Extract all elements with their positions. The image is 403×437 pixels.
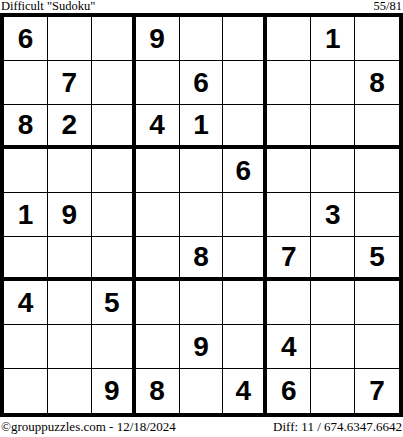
- cell-r5c2[interactable]: 9: [48, 193, 92, 237]
- cell-r4c4[interactable]: [136, 149, 180, 193]
- cell-r6c6[interactable]: [223, 237, 267, 281]
- cell-r7c2[interactable]: [48, 281, 92, 325]
- cell-r1c7[interactable]: [267, 17, 311, 61]
- cell-r8c1[interactable]: [4, 325, 48, 369]
- cell-r2c2[interactable]: 7: [48, 61, 92, 105]
- cell-r6c7[interactable]: 7: [267, 237, 311, 281]
- cell-r6c2[interactable]: [48, 237, 92, 281]
- cell-r4c3[interactable]: [92, 149, 136, 193]
- cell-r3c3[interactable]: [92, 105, 136, 149]
- cell-r9c4[interactable]: 8: [136, 369, 180, 413]
- cell-r9c6[interactable]: 4: [223, 369, 267, 413]
- cell-r8c7[interactable]: 4: [267, 325, 311, 369]
- cell-r6c4[interactable]: [136, 237, 180, 281]
- cell-r9c5[interactable]: [180, 369, 224, 413]
- cell-r9c2[interactable]: [48, 369, 92, 413]
- cell-r9c8[interactable]: [311, 369, 355, 413]
- cell-r7c5[interactable]: [180, 281, 224, 325]
- sudoku-page: Difficult "Sudoku" 55/81 691768824161938…: [0, 0, 403, 437]
- cell-r8c5[interactable]: 9: [180, 325, 224, 369]
- cell-r1c4[interactable]: 9: [136, 17, 180, 61]
- cell-r8c9[interactable]: [355, 325, 399, 369]
- cell-r1c6[interactable]: [223, 17, 267, 61]
- puzzle-title: Difficult "Sudoku": [1, 0, 95, 12]
- cell-r5c1[interactable]: 1: [4, 193, 48, 237]
- cell-r6c3[interactable]: [92, 237, 136, 281]
- cell-r4c8[interactable]: [311, 149, 355, 193]
- cell-r3c8[interactable]: [311, 105, 355, 149]
- cell-r7c7[interactable]: [267, 281, 311, 325]
- progress-count: 55/81: [374, 0, 402, 12]
- header: Difficult "Sudoku" 55/81: [0, 0, 403, 13]
- cell-r2c4[interactable]: [136, 61, 180, 105]
- cell-r5c6[interactable]: [223, 193, 267, 237]
- cell-r9c9[interactable]: 7: [355, 369, 399, 413]
- cell-r7c1[interactable]: 4: [4, 281, 48, 325]
- cell-r7c3[interactable]: 5: [92, 281, 136, 325]
- cell-r9c3[interactable]: 9: [92, 369, 136, 413]
- cell-r5c3[interactable]: [92, 193, 136, 237]
- cell-r5c4[interactable]: [136, 193, 180, 237]
- cell-r3c5[interactable]: 1: [180, 105, 224, 149]
- cell-r6c5[interactable]: 8: [180, 237, 224, 281]
- cell-r8c3[interactable]: [92, 325, 136, 369]
- cell-r6c9[interactable]: 5: [355, 237, 399, 281]
- cell-r4c5[interactable]: [180, 149, 224, 193]
- cell-r9c7[interactable]: 6: [267, 369, 311, 413]
- cell-r2c6[interactable]: [223, 61, 267, 105]
- cell-r6c8[interactable]: [311, 237, 355, 281]
- cell-r1c1[interactable]: 6: [4, 17, 48, 61]
- cell-r2c5[interactable]: 6: [180, 61, 224, 105]
- cell-r3c1[interactable]: 8: [4, 105, 48, 149]
- cell-r4c7[interactable]: [267, 149, 311, 193]
- cell-r8c6[interactable]: [223, 325, 267, 369]
- cell-r5c8[interactable]: 3: [311, 193, 355, 237]
- cell-r8c2[interactable]: [48, 325, 92, 369]
- cell-r5c5[interactable]: [180, 193, 224, 237]
- cell-r2c3[interactable]: [92, 61, 136, 105]
- cell-r7c4[interactable]: [136, 281, 180, 325]
- cell-r3c7[interactable]: [267, 105, 311, 149]
- cell-r5c9[interactable]: [355, 193, 399, 237]
- cell-r7c6[interactable]: [223, 281, 267, 325]
- cell-r2c8[interactable]: [311, 61, 355, 105]
- cell-r2c9[interactable]: 8: [355, 61, 399, 105]
- cell-r4c6[interactable]: 6: [223, 149, 267, 193]
- cell-r9c1[interactable]: [4, 369, 48, 413]
- cell-r3c2[interactable]: 2: [48, 105, 92, 149]
- cell-r1c9[interactable]: [355, 17, 399, 61]
- cell-r8c4[interactable]: [136, 325, 180, 369]
- sudoku-board: 69176882416193875459498467: [0, 13, 403, 417]
- footer: ©grouppuzzles.com - 12/18/2024 Diff: 11 …: [0, 420, 403, 434]
- cell-r8c8[interactable]: [311, 325, 355, 369]
- cell-r4c1[interactable]: [4, 149, 48, 193]
- cell-r7c9[interactable]: [355, 281, 399, 325]
- cell-r5c7[interactable]: [267, 193, 311, 237]
- cell-r6c1[interactable]: [4, 237, 48, 281]
- cell-r2c1[interactable]: [4, 61, 48, 105]
- cell-r4c2[interactable]: [48, 149, 92, 193]
- cell-r3c9[interactable]: [355, 105, 399, 149]
- cell-r2c7[interactable]: [267, 61, 311, 105]
- copyright-text: ©grouppuzzles.com - 12/18/2024: [1, 420, 176, 434]
- cell-r3c6[interactable]: [223, 105, 267, 149]
- difficulty-text: Diff: 11 / 674.6347.6642: [273, 420, 402, 434]
- cell-r1c8[interactable]: 1: [311, 17, 355, 61]
- cell-r3c4[interactable]: 4: [136, 105, 180, 149]
- cell-r7c8[interactable]: [311, 281, 355, 325]
- cell-r1c5[interactable]: [180, 17, 224, 61]
- cell-r1c2[interactable]: [48, 17, 92, 61]
- cell-r1c3[interactable]: [92, 17, 136, 61]
- cell-r4c9[interactable]: [355, 149, 399, 193]
